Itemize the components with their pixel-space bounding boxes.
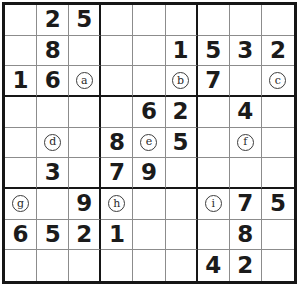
cell-r3c1[interactable]: 1 <box>5 66 37 97</box>
given-digit: 2 <box>76 223 92 246</box>
given-digit: 9 <box>76 192 92 215</box>
cell-r4c9[interactable] <box>262 97 294 128</box>
cell-r6c5[interactable]: 9 <box>133 158 165 189</box>
cell-r5c2[interactable]: d <box>37 128 69 159</box>
given-digit: 5 <box>270 192 286 215</box>
cell-r6c2[interactable]: 3 <box>37 158 69 189</box>
cell-r8c3[interactable]: 2 <box>69 220 101 251</box>
cell-r5c3[interactable] <box>69 128 101 159</box>
circled-letter-i: i <box>205 195 222 212</box>
cell-r1c8[interactable] <box>230 5 262 36</box>
cell-r9c8[interactable]: 2 <box>230 250 262 281</box>
cell-r5c1[interactable] <box>5 128 37 159</box>
cell-r4c2[interactable] <box>37 97 69 128</box>
cell-r4c1[interactable] <box>5 97 37 128</box>
cell-r4c8[interactable]: 4 <box>230 97 262 128</box>
given-digit: 6 <box>45 69 61 92</box>
cell-r9c7[interactable]: 4 <box>198 250 230 281</box>
cell-r1c1[interactable] <box>5 5 37 36</box>
cell-r8c7[interactable] <box>198 220 230 251</box>
cell-r1c6[interactable] <box>166 5 198 36</box>
cell-r3c8[interactable] <box>230 66 262 97</box>
cell-r9c6[interactable] <box>166 250 198 281</box>
circled-letter-b: b <box>172 72 189 89</box>
cell-r7c7[interactable]: i <box>198 189 230 220</box>
cell-r9c5[interactable] <box>133 250 165 281</box>
cell-r4c7[interactable] <box>198 97 230 128</box>
cell-r2c3[interactable] <box>69 36 101 67</box>
given-digit: 3 <box>45 161 61 184</box>
cell-r9c2[interactable] <box>37 250 69 281</box>
given-digit: 7 <box>205 69 221 92</box>
sudoku-board: 258153216ab7c624d8e5f379g9hi756521842 <box>2 2 297 284</box>
cell-r5c7[interactable] <box>198 128 230 159</box>
cell-r5c9[interactable] <box>262 128 294 159</box>
cell-r2c6[interactable]: 1 <box>166 36 198 67</box>
cell-r4c4[interactable] <box>101 97 133 128</box>
cell-r5c5[interactable]: e <box>133 128 165 159</box>
cell-r6c3[interactable] <box>69 158 101 189</box>
cell-r7c5[interactable] <box>133 189 165 220</box>
cell-r8c5[interactable] <box>133 220 165 251</box>
cell-r2c7[interactable]: 5 <box>198 36 230 67</box>
cell-r1c2[interactable]: 2 <box>37 5 69 36</box>
circled-letter-e: e <box>140 134 157 151</box>
given-digit: 8 <box>45 39 61 62</box>
cell-r7c9[interactable]: 5 <box>262 189 294 220</box>
circled-letter-h: h <box>108 195 125 212</box>
circled-letter-d: d <box>44 134 61 151</box>
cell-r3c7[interactable]: 7 <box>198 66 230 97</box>
cell-r2c5[interactable] <box>133 36 165 67</box>
given-digit: 1 <box>13 69 29 92</box>
cell-r6c1[interactable] <box>5 158 37 189</box>
cell-r1c5[interactable] <box>133 5 165 36</box>
given-digit: 9 <box>141 161 157 184</box>
cell-r7c3[interactable]: 9 <box>69 189 101 220</box>
cell-r7c1[interactable]: g <box>5 189 37 220</box>
cell-r9c3[interactable] <box>69 250 101 281</box>
cell-r8c2[interactable]: 5 <box>37 220 69 251</box>
given-digit: 1 <box>173 39 189 62</box>
cell-r2c9[interactable]: 2 <box>262 36 294 67</box>
cell-r3c3[interactable]: a <box>69 66 101 97</box>
cell-r4c6[interactable]: 2 <box>166 97 198 128</box>
given-digit: 3 <box>237 39 253 62</box>
given-digit: 2 <box>173 100 189 123</box>
given-digit: 5 <box>45 223 61 246</box>
cell-r3c5[interactable] <box>133 66 165 97</box>
circled-letter-f: f <box>237 134 254 151</box>
given-digit: 6 <box>13 223 29 246</box>
cell-r3c4[interactable] <box>101 66 133 97</box>
given-digit: 2 <box>270 39 286 62</box>
given-digit: 7 <box>109 161 125 184</box>
sudoku-puzzle: 258153216ab7c624d8e5f379g9hi756521842 <box>0 0 300 287</box>
cell-r4c3[interactable] <box>69 97 101 128</box>
circled-letter-g: g <box>12 195 29 212</box>
cell-r1c9[interactable] <box>262 5 294 36</box>
given-digit: 4 <box>237 100 253 123</box>
given-digit: 8 <box>109 131 125 154</box>
cell-r6c9[interactable] <box>262 158 294 189</box>
cell-r9c9[interactable] <box>262 250 294 281</box>
cell-r1c7[interactable] <box>198 5 230 36</box>
cell-r5c4[interactable]: 8 <box>101 128 133 159</box>
cell-r9c1[interactable] <box>5 250 37 281</box>
cell-r1c3[interactable]: 5 <box>69 5 101 36</box>
given-digit: 5 <box>76 8 92 31</box>
cell-r6c4[interactable]: 7 <box>101 158 133 189</box>
cell-r6c8[interactable] <box>230 158 262 189</box>
given-digit: 7 <box>237 192 253 215</box>
given-digit: 2 <box>45 8 61 31</box>
cell-r9c4[interactable] <box>101 250 133 281</box>
cell-r8c8[interactable]: 8 <box>230 220 262 251</box>
circled-letter-c: c <box>269 72 286 89</box>
cell-r8c9[interactable] <box>262 220 294 251</box>
cell-r8c4[interactable]: 1 <box>101 220 133 251</box>
given-digit: 5 <box>205 39 221 62</box>
cell-r8c1[interactable]: 6 <box>5 220 37 251</box>
cell-r6c7[interactable] <box>198 158 230 189</box>
given-digit: 2 <box>237 254 253 277</box>
given-digit: 4 <box>205 254 221 277</box>
cell-r7c8[interactable]: 7 <box>230 189 262 220</box>
cell-r2c2[interactable]: 8 <box>37 36 69 67</box>
cell-r1c4[interactable] <box>101 5 133 36</box>
cell-r7c6[interactable] <box>166 189 198 220</box>
cell-r3c2[interactable]: 6 <box>37 66 69 97</box>
cell-r4c5[interactable]: 6 <box>133 97 165 128</box>
cell-r3c9[interactable]: c <box>262 66 294 97</box>
cell-r5c6[interactable]: 5 <box>166 128 198 159</box>
cell-r8c6[interactable] <box>166 220 198 251</box>
given-digit: 8 <box>237 223 253 246</box>
cell-r5c8[interactable]: f <box>230 128 262 159</box>
cell-r7c2[interactable] <box>37 189 69 220</box>
cell-r6c6[interactable] <box>166 158 198 189</box>
given-digit: 5 <box>173 131 189 154</box>
cell-r2c1[interactable] <box>5 36 37 67</box>
cell-r2c4[interactable] <box>101 36 133 67</box>
cell-r7c4[interactable]: h <box>101 189 133 220</box>
circled-letter-a: a <box>76 72 93 89</box>
given-digit: 1 <box>109 223 125 246</box>
cell-r2c8[interactable]: 3 <box>230 36 262 67</box>
given-digit: 6 <box>141 100 157 123</box>
cell-r3c6[interactable]: b <box>166 66 198 97</box>
